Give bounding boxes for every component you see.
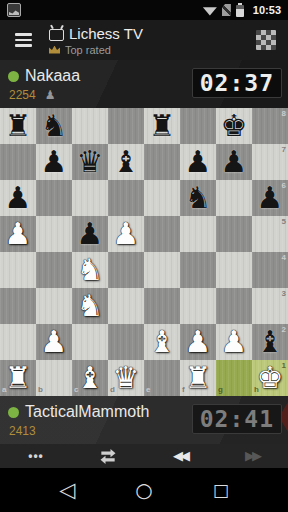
square-e7	[144, 144, 180, 180]
battery-icon	[236, 5, 244, 17]
square-a8: ♜	[0, 108, 36, 144]
square-a4	[0, 252, 36, 288]
black-knight: ♞	[185, 183, 212, 213]
black-pawn: ♟	[77, 219, 104, 249]
tv-icon	[49, 29, 64, 41]
square-b5	[36, 216, 72, 252]
square-b2: ♟	[36, 324, 72, 360]
square-d8	[108, 108, 144, 144]
no-sim-icon	[222, 4, 231, 16]
menu-icon[interactable]	[15, 33, 32, 47]
black-bishop: ♝	[257, 327, 284, 357]
file-label: e	[146, 386, 150, 394]
game-toolbar: ••• ◀◀ ▶▶	[0, 444, 288, 468]
channel-subtitle: Top rated	[65, 44, 111, 56]
square-g4	[216, 252, 252, 288]
square-c5: ♟	[72, 216, 108, 252]
black-knight: ♞	[41, 111, 68, 141]
square-e1: e	[144, 360, 180, 396]
square-h4: 4	[252, 252, 288, 288]
white-pawn: ♟	[41, 327, 68, 357]
square-f8	[180, 108, 216, 144]
square-e3	[144, 288, 180, 324]
rank-label: 6	[282, 182, 286, 190]
square-g3	[216, 288, 252, 324]
square-h5: 5	[252, 216, 288, 252]
square-g6	[216, 180, 252, 216]
pawn-icon: ♟	[45, 89, 56, 101]
square-f1: ♜f	[180, 360, 216, 396]
square-e8: ♜	[144, 108, 180, 144]
square-e4	[144, 252, 180, 288]
square-e5	[144, 216, 180, 252]
home-icon[interactable]: ○	[135, 480, 152, 500]
square-a3	[0, 288, 36, 324]
lichess-app-screen: 10:53 Lichess TV Top rated Nakaaa 2254 ♟…	[0, 0, 288, 512]
square-a2	[0, 324, 36, 360]
square-h2: ♝2	[252, 324, 288, 360]
flip-board-button[interactable]	[72, 444, 144, 468]
black-queen: ♛	[77, 147, 104, 177]
more-options-button[interactable]: •••	[0, 444, 72, 468]
app-bar: Lichess TV Top rated	[0, 20, 288, 60]
screenshot-notification-icon	[7, 3, 21, 17]
square-a5: ♟	[0, 216, 36, 252]
square-h6: ♟6	[252, 180, 288, 216]
square-g7: ♟	[216, 144, 252, 180]
white-queen: ♛	[113, 363, 140, 393]
square-c4: ♞	[72, 252, 108, 288]
rank-label: 7	[282, 146, 286, 154]
white-bishop: ♝	[77, 363, 104, 393]
square-c8	[72, 108, 108, 144]
square-f3	[180, 288, 216, 324]
crown-icon	[49, 46, 60, 54]
player-rating-bottom: 2413	[9, 424, 36, 438]
square-a1: ♜a	[0, 360, 36, 396]
square-h7: 7	[252, 144, 288, 180]
square-f6: ♞	[180, 180, 216, 216]
square-d3	[108, 288, 144, 324]
square-d4	[108, 252, 144, 288]
rank-label: 2	[282, 326, 286, 334]
square-b7: ♟	[36, 144, 72, 180]
rank-label: 3	[282, 290, 286, 298]
online-dot	[8, 407, 19, 418]
file-label: d	[110, 386, 115, 394]
board-theme-icon[interactable]	[256, 30, 276, 50]
square-g5	[216, 216, 252, 252]
white-rook: ♜	[185, 363, 212, 393]
online-dot	[8, 71, 19, 82]
android-nav-bar: ◁ ○ □	[0, 468, 288, 512]
black-pawn: ♟	[5, 183, 32, 213]
square-d2	[108, 324, 144, 360]
white-rook: ♜	[5, 363, 32, 393]
square-b3	[36, 288, 72, 324]
square-g1: g	[216, 360, 252, 396]
white-pawn: ♟	[185, 327, 212, 357]
square-h8: 8	[252, 108, 288, 144]
player-panel-bottom: TacticalMammoth 2413 02:41	[0, 396, 288, 444]
file-label: c	[74, 386, 78, 394]
square-c3: ♞	[72, 288, 108, 324]
file-label: g	[218, 386, 223, 394]
square-c1: ♝c	[72, 360, 108, 396]
square-d6	[108, 180, 144, 216]
square-b1: b	[36, 360, 72, 396]
black-pawn: ♟	[185, 147, 212, 177]
file-label: a	[2, 386, 6, 394]
square-c7: ♛	[72, 144, 108, 180]
clock-bottom: 02:41	[192, 404, 282, 434]
square-c6	[72, 180, 108, 216]
black-king: ♚	[221, 111, 248, 141]
player-rating-top: 2254	[9, 88, 36, 102]
white-king: ♚	[257, 363, 284, 393]
black-pawn: ♟	[257, 183, 284, 213]
white-pawn: ♟	[113, 219, 140, 249]
player-name-top[interactable]: Nakaaa	[25, 67, 80, 85]
white-bishop: ♝	[149, 327, 176, 357]
recents-icon[interactable]: □	[213, 482, 229, 499]
rewind-button[interactable]: ◀◀	[144, 444, 216, 468]
player-name-bottom[interactable]: TacticalMammoth	[25, 403, 149, 421]
black-bishop: ♝	[113, 147, 140, 177]
square-f4	[180, 252, 216, 288]
flip-icon	[98, 448, 118, 465]
back-icon[interactable]: ◁	[59, 480, 75, 501]
status-bar: 10:53	[0, 0, 288, 20]
square-g2: ♟	[216, 324, 252, 360]
square-e6	[144, 180, 180, 216]
rank-label: 8	[282, 110, 286, 118]
square-a6: ♟	[0, 180, 36, 216]
square-b6	[36, 180, 72, 216]
status-clock: 10:53	[253, 4, 281, 16]
square-f7: ♟	[180, 144, 216, 180]
square-a7	[0, 144, 36, 180]
square-g8: ♚	[216, 108, 252, 144]
white-knight: ♞	[77, 255, 104, 285]
square-c2	[72, 324, 108, 360]
page-title: Lichess TV	[69, 25, 143, 42]
square-h1: ♚h1	[252, 360, 288, 396]
chess-board: ♜♞♜♚8♟♛♝♟♟7♟♞♟6♟♟♟5♞4♞3♟♝♟♟♝2♜ab♝c♛de♜fg…	[0, 108, 288, 396]
square-d7: ♝	[108, 144, 144, 180]
square-d5: ♟	[108, 216, 144, 252]
file-label: h	[254, 386, 259, 394]
black-rook: ♜	[149, 111, 176, 141]
clock-top: 02:37	[192, 68, 282, 98]
square-h3: 3	[252, 288, 288, 324]
square-b8: ♞	[36, 108, 72, 144]
rank-label: 4	[282, 254, 286, 262]
rank-label: 5	[282, 218, 286, 226]
square-d1: ♛d	[108, 360, 144, 396]
wifi-icon	[203, 5, 217, 16]
white-pawn: ♟	[221, 327, 248, 357]
file-label: b	[38, 386, 43, 394]
square-f2: ♟	[180, 324, 216, 360]
square-e2: ♝	[144, 324, 180, 360]
square-b4	[36, 252, 72, 288]
player-panel-top: Nakaaa 2254 ♟ 02:37	[0, 60, 288, 108]
black-pawn: ♟	[41, 147, 68, 177]
black-rook: ♜	[5, 111, 32, 141]
black-pawn: ♟	[221, 147, 248, 177]
white-knight: ♞	[77, 291, 104, 321]
white-pawn: ♟	[5, 219, 32, 249]
rank-label: 1	[282, 362, 286, 370]
square-f5	[180, 216, 216, 252]
forward-button[interactable]: ▶▶	[216, 444, 288, 468]
file-label: f	[182, 386, 185, 394]
